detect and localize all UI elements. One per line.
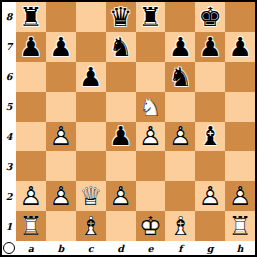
- file-label-e: e: [136, 241, 166, 255]
- file-label-c: c: [76, 241, 106, 255]
- square-c7[interactable]: [76, 32, 106, 62]
- piece-white-king-e1[interactable]: ♚♔: [139, 213, 162, 239]
- square-c8[interactable]: [76, 2, 106, 32]
- piece-black-bishop-g4[interactable]: ♝: [199, 123, 222, 149]
- square-d5[interactable]: [106, 92, 136, 122]
- square-h1[interactable]: ♜♖: [225, 211, 255, 241]
- square-f7[interactable]: ♟: [165, 32, 195, 62]
- square-h5[interactable]: [225, 92, 255, 122]
- square-f3[interactable]: [165, 151, 195, 181]
- square-a3[interactable]: [16, 151, 46, 181]
- piece-outline: ♙: [49, 183, 72, 209]
- piece-outline: ♕: [79, 183, 102, 209]
- piece-black-pawn-d4[interactable]: ♟: [109, 123, 132, 149]
- square-b4[interactable]: ♟♙: [46, 122, 76, 152]
- square-g1[interactable]: [195, 211, 225, 241]
- square-a6[interactable]: [16, 62, 46, 92]
- piece-black-rook-a8[interactable]: ♜: [19, 4, 42, 30]
- square-a4[interactable]: [16, 122, 46, 152]
- square-f1[interactable]: ♝♗: [165, 211, 195, 241]
- rank-label-6: 6: [2, 62, 16, 92]
- square-g5[interactable]: [195, 92, 225, 122]
- piece-white-pawn-h2[interactable]: ♟♙: [228, 183, 251, 209]
- piece-white-pawn-d2[interactable]: ♟♙: [109, 183, 132, 209]
- piece-outline: ♖: [19, 213, 42, 239]
- rank-label-7: 7: [2, 32, 16, 62]
- square-d2[interactable]: ♟♙: [106, 181, 136, 211]
- rank-labels: 87654321: [2, 2, 16, 241]
- rank-label-3: 3: [2, 151, 16, 181]
- square-d7[interactable]: ♞: [106, 32, 136, 62]
- piece-outline: ♙: [49, 123, 72, 149]
- square-a2[interactable]: ♟♙: [16, 181, 46, 211]
- square-e7[interactable]: [136, 32, 166, 62]
- piece-black-pawn-h7[interactable]: ♟: [228, 34, 251, 60]
- square-a1[interactable]: ♜♖: [16, 211, 46, 241]
- square-b2[interactable]: ♟♙: [46, 181, 76, 211]
- square-g2[interactable]: ♟♙: [195, 181, 225, 211]
- file-labels: abcdefgh: [16, 241, 255, 255]
- file-label-a: a: [16, 241, 46, 255]
- square-d8[interactable]: ♛: [106, 2, 136, 32]
- piece-outline: ♙: [199, 183, 222, 209]
- square-e5[interactable]: ♞♘: [136, 92, 166, 122]
- piece-black-knight-d7[interactable]: ♞: [109, 34, 132, 60]
- piece-black-queen-d8[interactable]: ♛: [109, 4, 132, 30]
- file-label-h: h: [225, 241, 255, 255]
- piece-black-rook-e8[interactable]: ♜: [139, 4, 162, 30]
- piece-black-pawn-f7[interactable]: ♟: [169, 34, 192, 60]
- square-c2[interactable]: ♛♕: [76, 181, 106, 211]
- square-e6[interactable]: [136, 62, 166, 92]
- square-b6[interactable]: [46, 62, 76, 92]
- piece-white-pawn-e4[interactable]: ♟♙: [139, 123, 162, 149]
- square-c5[interactable]: [76, 92, 106, 122]
- square-b5[interactable]: [46, 92, 76, 122]
- piece-black-king-g8[interactable]: ♚: [199, 4, 222, 30]
- file-label-g: g: [195, 241, 225, 255]
- square-e8[interactable]: ♜: [136, 2, 166, 32]
- piece-outline: ♔: [139, 213, 162, 239]
- rank-label-4: 4: [2, 122, 16, 152]
- square-h4[interactable]: [225, 122, 255, 152]
- chess-diagram: 87654321 ♜♛♜♚♟♟♞♟♟♟♟♞♞♘♟♙♟♟♙♟♙♝♟♙♟♙♛♕♟♙♟…: [0, 0, 257, 257]
- square-b8[interactable]: [46, 2, 76, 32]
- piece-outline: ♘: [139, 94, 162, 120]
- square-e1[interactable]: ♚♔: [136, 211, 166, 241]
- square-a8[interactable]: ♜: [16, 2, 46, 32]
- square-f2[interactable]: [165, 181, 195, 211]
- rank-label-8: 8: [2, 2, 16, 32]
- square-e4[interactable]: ♟♙: [136, 122, 166, 152]
- square-g6[interactable]: [195, 62, 225, 92]
- square-c3[interactable]: [76, 151, 106, 181]
- square-c1[interactable]: ♝♗: [76, 211, 106, 241]
- piece-white-pawn-f4[interactable]: ♟♙: [169, 123, 192, 149]
- square-f5[interactable]: [165, 92, 195, 122]
- square-g3[interactable]: [195, 151, 225, 181]
- piece-outline: ♙: [19, 183, 42, 209]
- square-d1[interactable]: [106, 211, 136, 241]
- piece-outline: ♙: [139, 123, 162, 149]
- square-f4[interactable]: ♟♙: [165, 122, 195, 152]
- square-g4[interactable]: ♝: [195, 122, 225, 152]
- piece-white-bishop-c1[interactable]: ♝♗: [79, 213, 102, 239]
- square-g8[interactable]: ♚: [195, 2, 225, 32]
- file-label-b: b: [46, 241, 76, 255]
- piece-black-pawn-b7[interactable]: ♟: [49, 34, 72, 60]
- piece-black-pawn-c6[interactable]: ♟: [79, 64, 102, 90]
- square-h2[interactable]: ♟♙: [225, 181, 255, 211]
- piece-outline: ♗: [169, 213, 192, 239]
- square-a7[interactable]: ♟: [16, 32, 46, 62]
- square-h6[interactable]: [225, 62, 255, 92]
- piece-white-queen-c2[interactable]: ♛♕: [79, 183, 102, 209]
- square-f8[interactable]: [165, 2, 195, 32]
- piece-outline: ♙: [169, 123, 192, 149]
- piece-white-pawn-b4[interactable]: ♟♙: [49, 123, 72, 149]
- piece-outline: ♙: [109, 183, 132, 209]
- piece-outline: ♗: [79, 213, 102, 239]
- square-h8[interactable]: [225, 2, 255, 32]
- square-f6[interactable]: ♞: [165, 62, 195, 92]
- piece-black-pawn-g7[interactable]: ♟: [199, 34, 222, 60]
- piece-black-pawn-a7[interactable]: ♟: [19, 34, 42, 60]
- square-c6[interactable]: ♟: [76, 62, 106, 92]
- square-b7[interactable]: ♟: [46, 32, 76, 62]
- rank-label-1: 1: [2, 211, 16, 241]
- piece-white-bishop-f1[interactable]: ♝♗: [169, 213, 192, 239]
- square-c4[interactable]: [76, 122, 106, 152]
- piece-outline: ♖: [228, 213, 251, 239]
- square-h7[interactable]: ♟: [225, 32, 255, 62]
- file-label-f: f: [165, 241, 195, 255]
- piece-outline: ♙: [228, 183, 251, 209]
- rank-label-5: 5: [2, 92, 16, 122]
- piece-white-rook-a1[interactable]: ♜♖: [19, 213, 42, 239]
- piece-black-knight-f6[interactable]: ♞: [169, 64, 192, 90]
- square-d3[interactable]: [106, 151, 136, 181]
- square-d4[interactable]: ♟: [106, 122, 136, 152]
- square-h3[interactable]: [225, 151, 255, 181]
- chess-board: ♜♛♜♚♟♟♞♟♟♟♟♞♞♘♟♙♟♟♙♟♙♝♟♙♟♙♛♕♟♙♟♙♟♙♜♖♝♗♚♔…: [16, 2, 255, 241]
- file-label-d: d: [106, 241, 136, 255]
- rank-label-2: 2: [2, 181, 16, 211]
- piece-white-pawn-a2[interactable]: ♟♙: [19, 183, 42, 209]
- piece-white-rook-h1[interactable]: ♜♖: [228, 213, 251, 239]
- corner-cell: [2, 241, 16, 255]
- square-g7[interactable]: ♟: [195, 32, 225, 62]
- square-a5[interactable]: [16, 92, 46, 122]
- piece-white-pawn-g2[interactable]: ♟♙: [199, 183, 222, 209]
- square-e3[interactable]: [136, 151, 166, 181]
- square-d6[interactable]: [106, 62, 136, 92]
- piece-white-pawn-b2[interactable]: ♟♙: [49, 183, 72, 209]
- square-e2[interactable]: [136, 181, 166, 211]
- piece-white-knight-e5[interactable]: ♞♘: [139, 94, 162, 120]
- square-b3[interactable]: [46, 151, 76, 181]
- side-to-move-indicator: [3, 242, 15, 254]
- square-b1[interactable]: [46, 211, 76, 241]
